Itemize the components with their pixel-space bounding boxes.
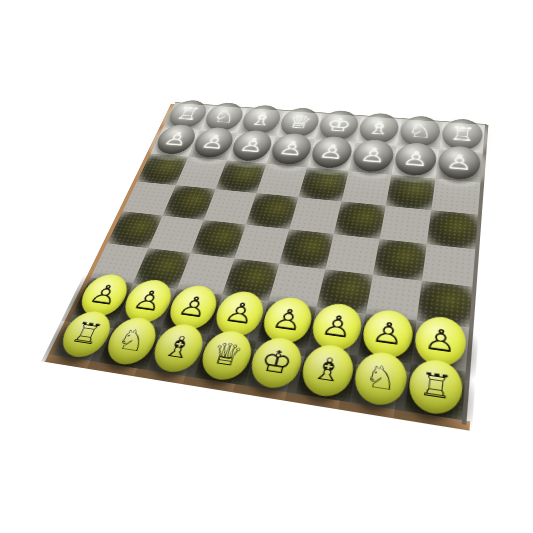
white-pawn-icon: ♙ (423, 323, 459, 357)
square-f5[interactable] (334, 201, 386, 239)
white-king-icon: ♔ (257, 345, 296, 380)
black-pawn-icon: ♙ (237, 135, 267, 155)
black-pawn-icon: ♙ (276, 138, 306, 159)
white-pawn-icon: ♙ (129, 286, 167, 315)
white-pawn-icon: ♙ (370, 317, 406, 350)
square-e4[interactable] (279, 229, 334, 269)
black-knight-icon: ♘ (406, 121, 434, 141)
square-g7[interactable]: ♙ (391, 146, 439, 179)
square-e5[interactable] (289, 197, 341, 234)
square-g4[interactable] (373, 239, 427, 281)
square-h5[interactable] (427, 210, 478, 249)
square-g5[interactable] (380, 206, 432, 244)
square-h7[interactable]: ♙ (435, 149, 482, 182)
black-rook-icon: ♖ (448, 124, 476, 145)
white-bishop-icon: ♗ (309, 352, 347, 387)
white-pawn-icon: ♙ (319, 310, 355, 342)
black-knight-icon: ♘ (210, 107, 239, 126)
black-pawn-icon: ♙ (445, 151, 474, 173)
black-bishop-icon: ♗ (247, 110, 276, 129)
square-e7[interactable]: ♙ (307, 140, 355, 172)
black-bishop-icon: ♗ (365, 118, 394, 138)
white-knight-icon: ♘ (112, 324, 152, 356)
photo-background: ♖♘♗♕♔♗♘♖♙♙♙♙♙♙♙♙♙♙♙♙♙♙♙♙♖♘♗♕♔♗♘♖ (0, 0, 533, 533)
square-e6[interactable] (298, 167, 348, 201)
black-rook-icon: ♖ (173, 104, 203, 122)
square-h6[interactable] (431, 179, 480, 215)
square-f4[interactable] (325, 234, 379, 275)
square-f6[interactable] (342, 171, 392, 206)
white-rook-icon: ♖ (417, 367, 454, 404)
square-h4[interactable] (422, 244, 475, 287)
black-pawn-icon: ♙ (199, 132, 230, 152)
white-pawn-icon: ♙ (86, 280, 124, 309)
chess-board: ♖♘♗♕♔♗♘♖♙♙♙♙♙♙♙♙♙♙♙♙♙♙♙♙♖♘♗♕♔♗♘♖ (53, 103, 485, 420)
black-queen-icon: ♕ (285, 112, 314, 131)
square-g1[interactable]: ♘ (349, 356, 411, 411)
white-pawn-icon: ♙ (221, 298, 258, 329)
black-pawn-icon: ♙ (358, 144, 388, 165)
square-h1[interactable]: ♖ (405, 364, 466, 420)
white-bishop-icon: ♗ (159, 331, 198, 364)
black-pawn-icon: ♙ (401, 148, 430, 170)
black-king-icon: ♔ (325, 115, 354, 134)
board-scene: ♖♘♗♕♔♗♘♖♙♙♙♙♙♙♙♙♙♙♙♙♙♙♙♙♖♘♗♕♔♗♘♖ (53, 103, 485, 420)
square-f7[interactable]: ♙ (349, 143, 397, 175)
white-rook-icon: ♖ (67, 318, 107, 349)
black-pawn-icon: ♙ (317, 141, 347, 162)
white-knight-icon: ♘ (362, 359, 400, 395)
black-pawn-icon: ♙ (161, 129, 192, 149)
square-f1[interactable]: ♗ (296, 349, 358, 403)
square-g6[interactable] (386, 175, 436, 210)
white-queen-icon: ♕ (207, 337, 246, 371)
white-pawn-icon: ♙ (269, 304, 306, 336)
white-pawn-icon: ♙ (175, 292, 212, 322)
